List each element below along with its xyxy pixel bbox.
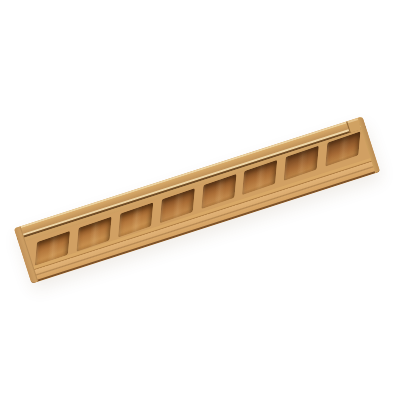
wooden-tray-board	[14, 116, 380, 283]
pit-row	[20, 129, 373, 268]
product-photo	[0, 0, 395, 395]
